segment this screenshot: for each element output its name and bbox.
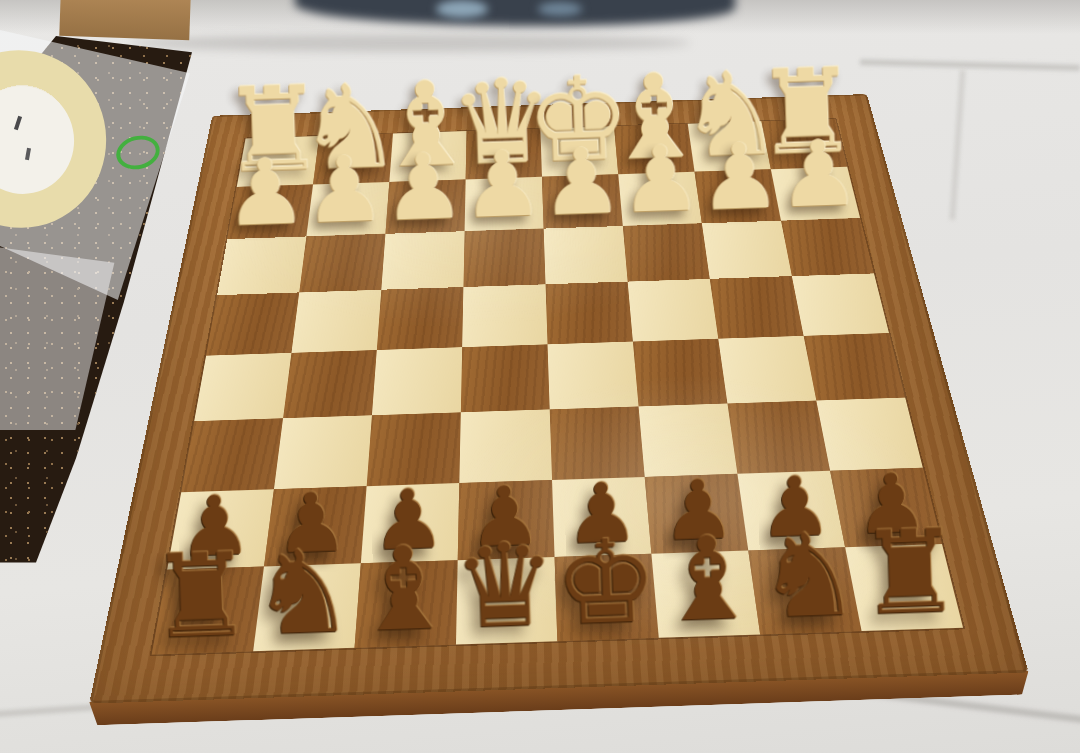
chess-board: ♜♞♝♛♚♝♞♜♟♟♟♟♟♟♟♟♟♟♟♟♟♟♟♟♜♞♝♛♚♝♞♜	[89, 94, 1028, 704]
square-b8[interactable]: ♞	[253, 563, 361, 651]
square-g3[interactable]	[702, 221, 792, 279]
square-g5[interactable]	[718, 336, 816, 404]
square-c3[interactable]	[381, 231, 464, 289]
square-h4[interactable]	[792, 273, 889, 335]
square-d5[interactable]	[461, 344, 550, 412]
square-f2[interactable]: ♟	[618, 172, 702, 226]
piece-white-pawn-f2[interactable]: ♟	[618, 135, 703, 224]
piece-black-rook-a8[interactable]: ♜	[148, 539, 255, 652]
square-d8[interactable]: ♛	[456, 557, 557, 645]
square-a2[interactable]: ♟	[227, 184, 313, 239]
piece-white-pawn-a2[interactable]: ♟	[223, 148, 308, 237]
square-d4[interactable]	[462, 284, 547, 347]
square-h5[interactable]	[804, 333, 906, 401]
square-a5[interactable]	[194, 353, 291, 421]
square-f4[interactable]	[628, 279, 719, 342]
square-e2[interactable]: ♟	[542, 174, 623, 228]
board-grid: ♜♞♝♛♚♝♞♜♟♟♟♟♟♟♟♟♟♟♟♟♟♟♟♟♜♞♝♛♚♝♞♜	[152, 119, 963, 655]
square-g2[interactable]: ♟	[695, 169, 781, 223]
piece-white-pawn-b2[interactable]: ♟	[302, 146, 387, 235]
square-f8[interactable]: ♝	[651, 551, 760, 638]
piece-black-bishop-f8[interactable]: ♝	[654, 523, 761, 636]
square-g8[interactable]: ♞	[748, 547, 861, 634]
piece-black-knight-b8[interactable]: ♞	[249, 536, 356, 649]
square-h2[interactable]: ♟	[771, 167, 860, 221]
square-f3[interactable]	[623, 223, 710, 281]
square-g4[interactable]	[710, 276, 804, 339]
square-e8[interactable]: ♚	[555, 554, 659, 641]
square-b2[interactable]: ♟	[306, 182, 389, 237]
piece-white-pawn-c2[interactable]: ♟	[381, 143, 466, 232]
board-rotation-wrapper: ♜♞♝♛♚♝♞♜♟♟♟♟♟♟♟♟♟♟♟♟♟♟♟♟♜♞♝♛♚♝♞♜	[0, 0, 1080, 753]
square-c2[interactable]: ♟	[385, 179, 465, 233]
piece-black-queen-d8[interactable]: ♛	[452, 529, 559, 642]
square-e3[interactable]	[544, 226, 628, 284]
square-h3[interactable]	[781, 218, 874, 276]
piece-white-pawn-g2[interactable]: ♟	[697, 133, 782, 222]
square-c4[interactable]	[377, 287, 464, 350]
square-e5[interactable]	[548, 342, 639, 410]
square-b5[interactable]	[283, 350, 377, 418]
square-d3[interactable]	[463, 229, 545, 287]
piece-black-bishop-c8[interactable]: ♝	[350, 533, 457, 646]
square-a3[interactable]	[217, 236, 306, 295]
piece-white-pawn-d2[interactable]: ♟	[460, 140, 545, 229]
piece-black-rook-h8[interactable]: ♜	[857, 516, 964, 629]
square-c8[interactable]: ♝	[355, 560, 458, 648]
piece-black-king-e8[interactable]: ♚	[553, 526, 660, 639]
piece-white-pawn-h2[interactable]: ♟	[776, 130, 861, 219]
square-a4[interactable]	[206, 292, 299, 355]
square-a8[interactable]: ♜	[152, 567, 264, 655]
piece-black-knight-g8[interactable]: ♞	[755, 519, 862, 632]
square-d2[interactable]: ♟	[465, 177, 544, 231]
square-b4[interactable]	[291, 290, 381, 353]
square-h8[interactable]: ♜	[845, 544, 963, 631]
piece-white-pawn-e2[interactable]: ♟	[539, 138, 624, 227]
square-f5[interactable]	[633, 339, 728, 407]
scene-photo: ♜♞♝♛♚♝♞♜♟♟♟♟♟♟♟♟♟♟♟♟♟♟♟♟♜♞♝♛♚♝♞♜	[0, 0, 1080, 753]
square-e4[interactable]	[546, 282, 633, 345]
square-b3[interactable]	[299, 234, 385, 293]
square-c5[interactable]	[372, 347, 462, 415]
